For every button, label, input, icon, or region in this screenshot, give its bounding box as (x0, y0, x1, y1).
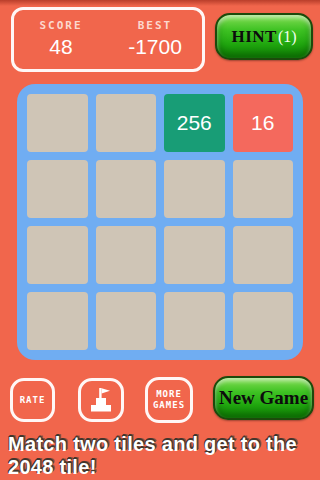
best-value: -1700 (128, 34, 182, 60)
app-screen: SCORE 48 BEST -1700 HINT(1) 25616 RATE (0, 0, 320, 480)
empty-cell-r3c1 (27, 226, 88, 284)
new-game-button[interactable]: New Game (213, 376, 314, 420)
hint-button[interactable]: HINT(1) (215, 13, 313, 60)
empty-cell-r2c4 (233, 160, 294, 218)
more-games-label-line2: GAMES (153, 400, 185, 411)
empty-cell-r2c2 (96, 160, 157, 218)
score-block: SCORE 48 (14, 19, 108, 60)
empty-cell-r4c1 (27, 292, 88, 350)
more-games-label-line1: MORE (156, 389, 182, 400)
empty-cell-r3c4 (233, 226, 294, 284)
more-games-button[interactable]: MORE GAMES (145, 377, 193, 423)
top-shadow (0, 0, 320, 6)
game-board[interactable]: 25616 (17, 84, 303, 360)
empty-cell-r4c4 (233, 292, 294, 350)
rate-button[interactable]: RATE (10, 378, 55, 422)
hint-button-label: HINT (231, 27, 276, 47)
flag-podium-icon (86, 385, 116, 415)
empty-cell-r3c3 (164, 226, 225, 284)
best-label: BEST (138, 19, 173, 32)
instruction-line-1: Match two tiles and get to the (8, 433, 316, 456)
empty-cell-r4c2 (96, 292, 157, 350)
empty-cell-r3c2 (96, 226, 157, 284)
hint-count-badge: (1) (278, 28, 297, 46)
empty-cell-r4c3 (164, 292, 225, 350)
score-value: 48 (49, 34, 72, 60)
rate-button-label: RATE (20, 395, 46, 405)
tile-16-r1c4: 16 (233, 94, 294, 152)
instruction-text: Match two tiles and get to the 2048 tile… (8, 433, 316, 478)
achievements-button[interactable] (78, 378, 124, 422)
best-block: BEST -1700 (108, 19, 202, 60)
instruction-line-2: 2048 tile! (8, 456, 316, 479)
score-panel: SCORE 48 BEST -1700 (11, 7, 205, 72)
new-game-button-label: New Game (219, 387, 308, 409)
tile-256-r1c3: 256 (164, 94, 225, 152)
empty-cell-r2c1 (27, 160, 88, 218)
score-label: SCORE (39, 19, 82, 32)
empty-cell-r1c1 (27, 94, 88, 152)
empty-cell-r1c2 (96, 94, 157, 152)
empty-cell-r2c3 (164, 160, 225, 218)
